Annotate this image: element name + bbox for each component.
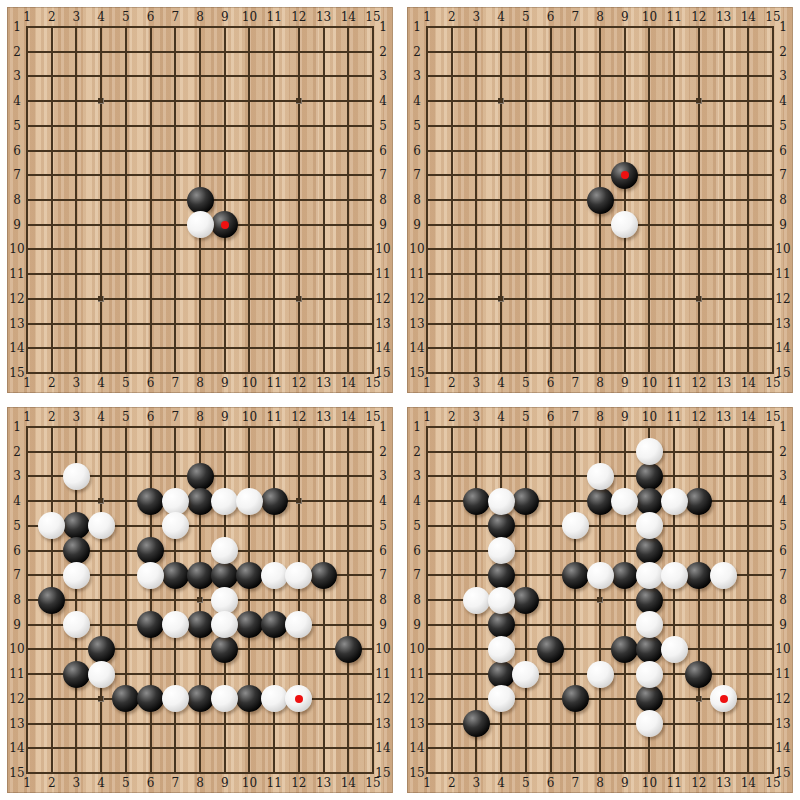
black-stone bbox=[636, 488, 663, 515]
coord-label: 13 bbox=[409, 718, 424, 730]
white-stone bbox=[88, 661, 115, 688]
coord-label: 3 bbox=[73, 11, 81, 23]
white-stone bbox=[88, 512, 115, 539]
coord-label: 15 bbox=[409, 767, 424, 779]
coord-label: 4 bbox=[413, 495, 421, 507]
white-stone bbox=[211, 537, 238, 564]
coord-label: 11 bbox=[375, 268, 390, 280]
coord-label: 14 bbox=[741, 377, 756, 389]
star-point bbox=[597, 597, 603, 603]
coord-label: 8 bbox=[596, 777, 604, 789]
grid-line bbox=[372, 26, 374, 374]
coord-label: 2 bbox=[379, 46, 387, 58]
coord-label: 6 bbox=[779, 545, 787, 557]
coord-label: 8 bbox=[196, 411, 204, 423]
coord-label: 4 bbox=[413, 95, 421, 107]
black-stone bbox=[636, 463, 663, 490]
coord-label: 5 bbox=[122, 11, 130, 23]
grid-line bbox=[26, 372, 374, 374]
coord-label: 3 bbox=[13, 70, 21, 82]
coord-label: 7 bbox=[413, 169, 421, 181]
coord-label: 10 bbox=[9, 643, 24, 655]
coord-label: 9 bbox=[779, 619, 787, 631]
black-stone bbox=[63, 537, 90, 564]
black-stone bbox=[187, 488, 214, 515]
star-point bbox=[98, 296, 104, 302]
black-stone bbox=[137, 488, 164, 515]
coord-label: 6 bbox=[13, 545, 21, 557]
black-stone bbox=[636, 636, 663, 663]
black-stone bbox=[187, 611, 214, 638]
coord-label: 3 bbox=[473, 377, 481, 389]
coord-label: 7 bbox=[171, 11, 179, 23]
grid-line bbox=[772, 426, 774, 774]
coord-label: 10 bbox=[642, 411, 657, 423]
white-stone bbox=[285, 562, 312, 589]
grid-line bbox=[347, 426, 349, 774]
white-stone bbox=[162, 488, 189, 515]
coord-label: 7 bbox=[571, 777, 579, 789]
coord-label: 8 bbox=[779, 594, 787, 606]
black-stone bbox=[88, 636, 115, 663]
coord-label: 9 bbox=[379, 619, 387, 631]
coord-label: 5 bbox=[122, 377, 130, 389]
coord-label: 14 bbox=[341, 777, 356, 789]
coord-label: 9 bbox=[621, 377, 629, 389]
coord-label: 4 bbox=[97, 377, 105, 389]
white-stone bbox=[187, 211, 214, 238]
grid-line bbox=[747, 426, 749, 774]
board-grid: 1111222233334444555566667777888899991010… bbox=[27, 427, 373, 773]
coord-label: 10 bbox=[375, 643, 390, 655]
white-stone bbox=[636, 562, 663, 589]
coord-label: 7 bbox=[13, 569, 21, 581]
last-move-marker bbox=[295, 695, 303, 703]
black-stone bbox=[562, 685, 589, 712]
coord-label: 6 bbox=[147, 377, 155, 389]
black-stone bbox=[537, 636, 564, 663]
coord-label: 15 bbox=[9, 367, 24, 379]
coord-label: 1 bbox=[423, 11, 431, 23]
coord-label: 2 bbox=[13, 46, 21, 58]
black-stone bbox=[587, 187, 614, 214]
coord-label: 14 bbox=[341, 411, 356, 423]
coord-label: 8 bbox=[379, 194, 387, 206]
coord-label: 6 bbox=[147, 411, 155, 423]
coord-label: 11 bbox=[409, 668, 424, 680]
coord-label: 3 bbox=[473, 11, 481, 23]
coord-label: 6 bbox=[547, 777, 555, 789]
coord-label: 7 bbox=[171, 377, 179, 389]
black-stone bbox=[488, 562, 515, 589]
coord-label: 13 bbox=[316, 411, 331, 423]
white-stone bbox=[236, 488, 263, 515]
white-stone bbox=[488, 587, 515, 614]
coord-label: 12 bbox=[291, 11, 306, 23]
coord-label: 12 bbox=[375, 293, 390, 305]
coord-label: 7 bbox=[779, 569, 787, 581]
grid-line bbox=[372, 426, 374, 774]
white-stone bbox=[512, 661, 539, 688]
coord-label: 6 bbox=[547, 411, 555, 423]
black-stone bbox=[685, 562, 712, 589]
black-stone bbox=[211, 211, 238, 238]
coord-label: 13 bbox=[316, 377, 331, 389]
coord-label: 3 bbox=[13, 470, 21, 482]
coord-label: 12 bbox=[409, 693, 424, 705]
coord-label: 4 bbox=[497, 777, 505, 789]
star-point bbox=[696, 696, 702, 702]
coord-label: 5 bbox=[779, 520, 787, 532]
coord-label: 2 bbox=[413, 46, 421, 58]
star-point bbox=[98, 498, 104, 504]
black-stone bbox=[187, 685, 214, 712]
star-point bbox=[197, 597, 203, 603]
grid-line bbox=[747, 26, 749, 374]
coord-label: 9 bbox=[621, 411, 629, 423]
star-point bbox=[296, 296, 302, 302]
coord-label: 1 bbox=[413, 421, 421, 433]
coord-label: 14 bbox=[409, 742, 424, 754]
white-stone bbox=[636, 661, 663, 688]
coord-label: 7 bbox=[413, 569, 421, 581]
coord-label: 6 bbox=[413, 145, 421, 157]
white-stone bbox=[63, 562, 90, 589]
coord-label: 10 bbox=[642, 11, 657, 23]
black-stone bbox=[587, 488, 614, 515]
star-point bbox=[296, 498, 302, 504]
coord-label: 14 bbox=[409, 342, 424, 354]
coord-label: 2 bbox=[379, 446, 387, 458]
coord-label: 11 bbox=[267, 11, 282, 23]
coord-label: 12 bbox=[691, 377, 706, 389]
black-stone bbox=[488, 661, 515, 688]
coord-label: 4 bbox=[379, 495, 387, 507]
black-stone bbox=[38, 587, 65, 614]
coord-label: 13 bbox=[716, 11, 731, 23]
coord-label: 14 bbox=[741, 11, 756, 23]
coord-label: 6 bbox=[147, 11, 155, 23]
black-stone bbox=[137, 611, 164, 638]
black-stone bbox=[488, 611, 515, 638]
board-top-right[interactable]: 1111222233334444555566667777888899991010… bbox=[407, 7, 793, 393]
coord-label: 7 bbox=[171, 777, 179, 789]
coord-label: 5 bbox=[122, 411, 130, 423]
white-stone bbox=[661, 562, 688, 589]
white-stone bbox=[488, 537, 515, 564]
board-grid: 1111222233334444555566667777888899991010… bbox=[427, 27, 773, 373]
coord-label: 14 bbox=[341, 11, 356, 23]
coord-label: 8 bbox=[413, 594, 421, 606]
coord-label: 10 bbox=[242, 377, 257, 389]
coord-label: 11 bbox=[409, 268, 424, 280]
white-stone bbox=[587, 661, 614, 688]
coord-label: 8 bbox=[196, 777, 204, 789]
coord-label: 2 bbox=[48, 411, 56, 423]
coord-label: 3 bbox=[779, 470, 787, 482]
white-stone bbox=[587, 562, 614, 589]
coord-label: 9 bbox=[221, 777, 229, 789]
coord-label: 4 bbox=[13, 95, 21, 107]
coord-label: 7 bbox=[779, 169, 787, 181]
white-stone bbox=[488, 488, 515, 515]
coord-label: 11 bbox=[375, 668, 390, 680]
black-stone bbox=[137, 685, 164, 712]
coord-label: 4 bbox=[497, 377, 505, 389]
black-stone bbox=[310, 562, 337, 589]
star-point bbox=[696, 98, 702, 104]
coord-label: 14 bbox=[775, 342, 790, 354]
black-stone bbox=[512, 488, 539, 515]
coord-label: 12 bbox=[691, 411, 706, 423]
coord-label: 2 bbox=[779, 446, 787, 458]
black-stone bbox=[63, 661, 90, 688]
coord-label: 9 bbox=[13, 219, 21, 231]
coord-label: 13 bbox=[375, 318, 390, 330]
coord-label: 8 bbox=[596, 377, 604, 389]
coord-label: 8 bbox=[379, 594, 387, 606]
board-grid: 1111222233334444555566667777888899991010… bbox=[27, 27, 373, 373]
white-stone bbox=[261, 562, 288, 589]
coord-label: 11 bbox=[667, 777, 682, 789]
coord-label: 4 bbox=[497, 411, 505, 423]
grid-line bbox=[426, 347, 774, 349]
coord-label: 12 bbox=[775, 293, 790, 305]
coord-label: 4 bbox=[779, 95, 787, 107]
coord-label: 13 bbox=[316, 11, 331, 23]
coord-label: 12 bbox=[291, 777, 306, 789]
last-move-marker bbox=[221, 221, 229, 229]
black-stone bbox=[636, 685, 663, 712]
black-stone bbox=[636, 587, 663, 614]
coord-label: 2 bbox=[448, 777, 456, 789]
coord-label: 10 bbox=[9, 243, 24, 255]
coord-label: 4 bbox=[379, 95, 387, 107]
coord-label: 10 bbox=[775, 643, 790, 655]
coord-label: 13 bbox=[775, 318, 790, 330]
coord-label: 12 bbox=[9, 293, 24, 305]
go-diagram-grid: 1111222233334444555566667777888899991010… bbox=[0, 0, 800, 800]
coord-label: 3 bbox=[379, 70, 387, 82]
board-bottom-right[interactable]: 1111222233334444555566667777888899991010… bbox=[407, 407, 793, 793]
coord-label: 10 bbox=[642, 377, 657, 389]
white-stone bbox=[63, 463, 90, 490]
coord-label: 5 bbox=[13, 120, 21, 132]
coord-label: 15 bbox=[775, 367, 790, 379]
coord-label: 10 bbox=[375, 243, 390, 255]
coord-label: 15 bbox=[365, 411, 380, 423]
coord-label: 8 bbox=[596, 11, 604, 23]
coord-label: 13 bbox=[9, 718, 24, 730]
coord-label: 12 bbox=[775, 693, 790, 705]
black-stone bbox=[335, 636, 362, 663]
coord-label: 1 bbox=[23, 11, 31, 23]
coord-label: 11 bbox=[667, 411, 682, 423]
coord-label: 4 bbox=[779, 495, 787, 507]
coord-label: 14 bbox=[375, 342, 390, 354]
coord-label: 12 bbox=[375, 693, 390, 705]
coord-label: 3 bbox=[73, 411, 81, 423]
coord-label: 2 bbox=[48, 777, 56, 789]
grid-line bbox=[26, 747, 374, 749]
coord-label: 13 bbox=[316, 777, 331, 789]
white-stone bbox=[636, 512, 663, 539]
coord-label: 9 bbox=[413, 619, 421, 631]
coord-label: 1 bbox=[423, 411, 431, 423]
coord-label: 4 bbox=[497, 11, 505, 23]
coord-label: 6 bbox=[147, 777, 155, 789]
coord-label: 6 bbox=[779, 145, 787, 157]
coord-label: 12 bbox=[291, 377, 306, 389]
board-bottom-left[interactable]: 1111222233334444555566667777888899991010… bbox=[7, 407, 393, 793]
coord-label: 7 bbox=[571, 377, 579, 389]
coord-label: 8 bbox=[13, 594, 21, 606]
white-stone bbox=[63, 611, 90, 638]
coord-label: 13 bbox=[716, 377, 731, 389]
coord-label: 8 bbox=[413, 194, 421, 206]
black-stone bbox=[685, 488, 712, 515]
black-stone bbox=[187, 562, 214, 589]
white-stone bbox=[636, 611, 663, 638]
white-stone bbox=[562, 512, 589, 539]
star-point bbox=[498, 98, 504, 104]
white-stone bbox=[137, 562, 164, 589]
coord-label: 9 bbox=[779, 219, 787, 231]
white-stone bbox=[611, 488, 638, 515]
coord-label: 3 bbox=[379, 470, 387, 482]
grid-line bbox=[26, 323, 374, 325]
grid-line bbox=[772, 26, 774, 374]
black-stone bbox=[211, 636, 238, 663]
black-stone bbox=[187, 463, 214, 490]
coord-label: 9 bbox=[221, 377, 229, 389]
white-stone bbox=[661, 636, 688, 663]
coord-label: 7 bbox=[171, 411, 179, 423]
grid-line bbox=[426, 772, 774, 774]
white-stone bbox=[488, 685, 515, 712]
coord-label: 8 bbox=[596, 411, 604, 423]
coord-label: 4 bbox=[97, 411, 105, 423]
black-stone bbox=[463, 488, 490, 515]
black-stone bbox=[112, 685, 139, 712]
coord-label: 8 bbox=[779, 194, 787, 206]
coord-label: 2 bbox=[13, 446, 21, 458]
coord-label: 13 bbox=[409, 318, 424, 330]
coord-label: 5 bbox=[122, 777, 130, 789]
white-stone bbox=[261, 685, 288, 712]
coord-label: 11 bbox=[267, 377, 282, 389]
coord-label: 10 bbox=[242, 777, 257, 789]
coord-label: 3 bbox=[413, 470, 421, 482]
coord-label: 13 bbox=[9, 318, 24, 330]
black-stone bbox=[488, 512, 515, 539]
grid-line bbox=[426, 372, 774, 374]
star-point bbox=[98, 696, 104, 702]
black-stone bbox=[611, 562, 638, 589]
last-move-marker bbox=[720, 695, 728, 703]
coord-label: 6 bbox=[547, 377, 555, 389]
white-stone bbox=[488, 636, 515, 663]
board-top-left[interactable]: 1111222233334444555566667777888899991010… bbox=[7, 7, 393, 393]
white-stone bbox=[38, 512, 65, 539]
coord-label: 8 bbox=[196, 11, 204, 23]
grid-line bbox=[426, 323, 774, 325]
coord-label: 13 bbox=[775, 718, 790, 730]
black-stone bbox=[611, 162, 638, 189]
coord-label: 1 bbox=[13, 21, 21, 33]
coord-label: 12 bbox=[691, 777, 706, 789]
coord-label: 8 bbox=[13, 194, 21, 206]
coord-label: 9 bbox=[221, 411, 229, 423]
coord-label: 5 bbox=[379, 120, 387, 132]
coord-label: 15 bbox=[775, 767, 790, 779]
coord-label: 8 bbox=[196, 377, 204, 389]
coord-label: 3 bbox=[473, 777, 481, 789]
coord-label: 6 bbox=[547, 11, 555, 23]
coord-label: 3 bbox=[73, 777, 81, 789]
coord-label: 15 bbox=[9, 767, 24, 779]
white-stone bbox=[587, 463, 614, 490]
coord-label: 5 bbox=[413, 120, 421, 132]
coord-label: 1 bbox=[13, 421, 21, 433]
white-stone bbox=[211, 611, 238, 638]
last-move-marker bbox=[621, 171, 629, 179]
grid-line bbox=[426, 747, 774, 749]
black-stone bbox=[636, 537, 663, 564]
coord-label: 12 bbox=[409, 293, 424, 305]
white-stone bbox=[211, 685, 238, 712]
black-stone bbox=[512, 587, 539, 614]
coord-label: 15 bbox=[765, 11, 780, 23]
coord-label: 14 bbox=[9, 342, 24, 354]
coord-label: 11 bbox=[267, 777, 282, 789]
coord-label: 11 bbox=[775, 268, 790, 280]
coord-label: 11 bbox=[667, 11, 682, 23]
black-stone bbox=[611, 636, 638, 663]
coord-label: 15 bbox=[765, 411, 780, 423]
black-stone bbox=[562, 562, 589, 589]
coord-label: 15 bbox=[409, 367, 424, 379]
coord-label: 5 bbox=[522, 777, 530, 789]
white-stone bbox=[463, 587, 490, 614]
black-stone bbox=[236, 611, 263, 638]
white-stone bbox=[710, 562, 737, 589]
coord-label: 4 bbox=[97, 11, 105, 23]
coord-label: 5 bbox=[779, 120, 787, 132]
coord-label: 15 bbox=[365, 11, 380, 23]
coord-label: 5 bbox=[13, 520, 21, 532]
coord-label: 2 bbox=[448, 377, 456, 389]
grid-line bbox=[26, 723, 374, 725]
black-stone bbox=[187, 187, 214, 214]
black-stone bbox=[211, 562, 238, 589]
coord-label: 5 bbox=[379, 520, 387, 532]
coord-label: 9 bbox=[413, 219, 421, 231]
coord-label: 10 bbox=[409, 243, 424, 255]
coord-label: 9 bbox=[621, 11, 629, 23]
coord-label: 7 bbox=[13, 169, 21, 181]
coord-label: 9 bbox=[221, 11, 229, 23]
grid-line bbox=[347, 26, 349, 374]
coord-label: 10 bbox=[642, 777, 657, 789]
coord-label: 2 bbox=[48, 11, 56, 23]
coord-label: 14 bbox=[741, 777, 756, 789]
coord-label: 12 bbox=[691, 11, 706, 23]
coord-label: 9 bbox=[13, 619, 21, 631]
white-stone bbox=[636, 710, 663, 737]
coord-label: 14 bbox=[9, 742, 24, 754]
black-stone bbox=[685, 661, 712, 688]
